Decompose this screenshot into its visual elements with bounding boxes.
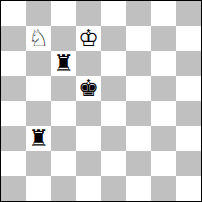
white-king-d7: ♔ — [78, 26, 99, 51]
square-e2[interactable] — [101, 151, 126, 176]
square-e3[interactable] — [101, 126, 126, 151]
square-f4[interactable] — [126, 101, 151, 126]
square-b8[interactable] — [26, 1, 51, 26]
black-rook-c6: ♜ — [53, 51, 74, 76]
chess-board: ♘♔♜♚♜ — [0, 0, 202, 202]
square-d1[interactable] — [76, 176, 101, 201]
square-h8[interactable] — [176, 1, 201, 26]
square-g6[interactable] — [151, 51, 176, 76]
square-a5[interactable] — [1, 76, 26, 101]
square-e1[interactable] — [101, 176, 126, 201]
square-h3[interactable] — [176, 126, 201, 151]
square-a4[interactable] — [1, 101, 26, 126]
square-f8[interactable] — [126, 1, 151, 26]
square-e4[interactable] — [101, 101, 126, 126]
square-h7[interactable] — [176, 26, 201, 51]
square-a7[interactable] — [1, 26, 26, 51]
black-rook-b3: ♜ — [28, 126, 49, 151]
square-a8[interactable] — [1, 1, 26, 26]
square-c4[interactable] — [51, 101, 76, 126]
square-d7[interactable]: ♔ — [76, 26, 101, 51]
square-f2[interactable] — [126, 151, 151, 176]
square-d6[interactable] — [76, 51, 101, 76]
square-g7[interactable] — [151, 26, 176, 51]
square-a3[interactable] — [1, 126, 26, 151]
square-f7[interactable] — [126, 26, 151, 51]
square-d2[interactable] — [76, 151, 101, 176]
square-f3[interactable] — [126, 126, 151, 151]
square-c8[interactable] — [51, 1, 76, 26]
square-g3[interactable] — [151, 126, 176, 151]
square-e8[interactable] — [101, 1, 126, 26]
square-f6[interactable] — [126, 51, 151, 76]
square-d5[interactable]: ♚ — [76, 76, 101, 101]
square-b4[interactable] — [26, 101, 51, 126]
square-e5[interactable] — [101, 76, 126, 101]
black-king-d5: ♚ — [78, 76, 99, 101]
square-f5[interactable] — [126, 76, 151, 101]
square-h5[interactable] — [176, 76, 201, 101]
square-b7[interactable]: ♘ — [26, 26, 51, 51]
square-h1[interactable] — [176, 176, 201, 201]
square-c3[interactable] — [51, 126, 76, 151]
square-h2[interactable] — [176, 151, 201, 176]
square-g1[interactable] — [151, 176, 176, 201]
square-d4[interactable] — [76, 101, 101, 126]
square-c7[interactable] — [51, 26, 76, 51]
square-a1[interactable] — [1, 176, 26, 201]
square-c6[interactable]: ♜ — [51, 51, 76, 76]
square-h4[interactable] — [176, 101, 201, 126]
square-g4[interactable] — [151, 101, 176, 126]
square-a6[interactable] — [1, 51, 26, 76]
square-b5[interactable] — [26, 76, 51, 101]
square-c2[interactable] — [51, 151, 76, 176]
square-g5[interactable] — [151, 76, 176, 101]
square-b6[interactable] — [26, 51, 51, 76]
square-c5[interactable] — [51, 76, 76, 101]
white-knight-b7: ♘ — [28, 26, 49, 51]
square-h6[interactable] — [176, 51, 201, 76]
square-b3[interactable]: ♜ — [26, 126, 51, 151]
square-e6[interactable] — [101, 51, 126, 76]
square-e7[interactable] — [101, 26, 126, 51]
square-a2[interactable] — [1, 151, 26, 176]
square-c1[interactable] — [51, 176, 76, 201]
square-d8[interactable] — [76, 1, 101, 26]
square-f1[interactable] — [126, 176, 151, 201]
square-g8[interactable] — [151, 1, 176, 26]
square-d3[interactable] — [76, 126, 101, 151]
square-g2[interactable] — [151, 151, 176, 176]
square-b2[interactable] — [26, 151, 51, 176]
square-b1[interactable] — [26, 176, 51, 201]
